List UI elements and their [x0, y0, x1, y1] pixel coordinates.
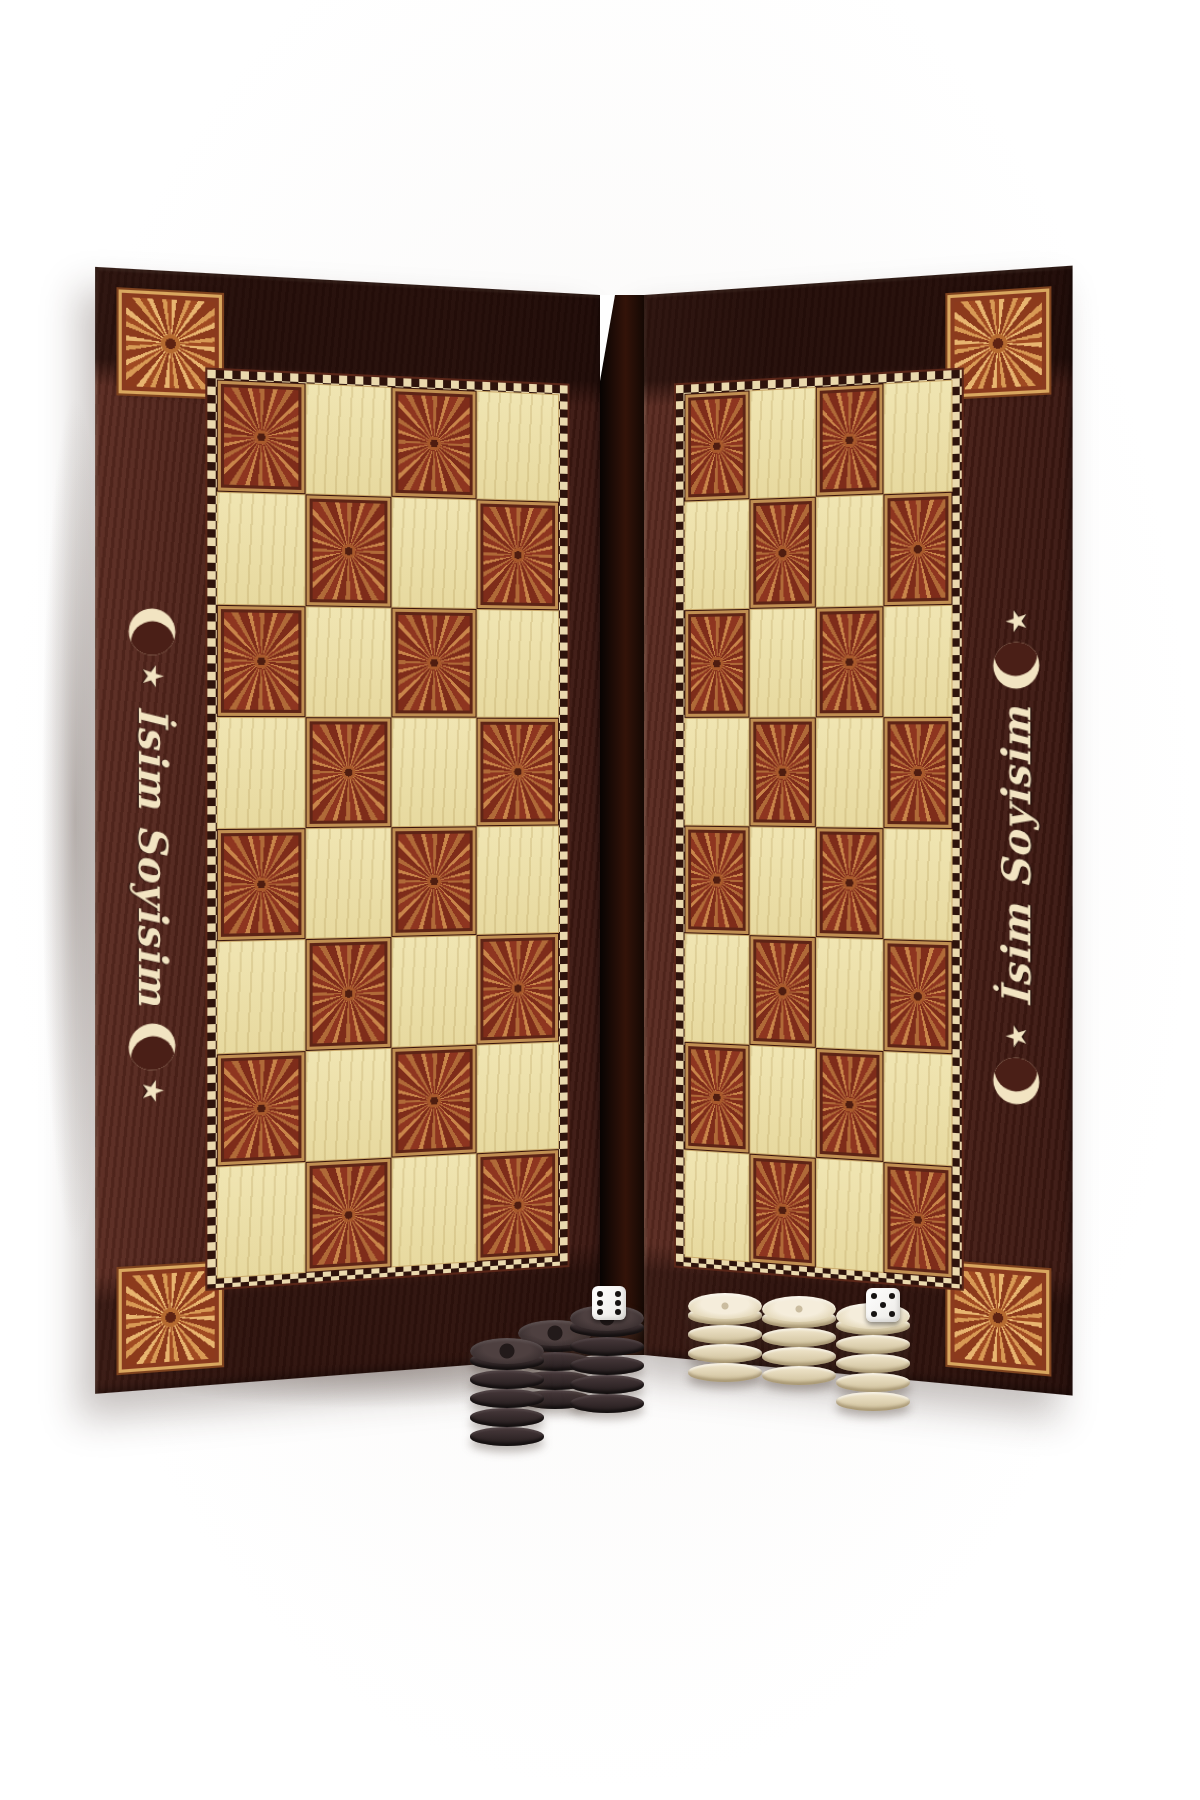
right-panel: ★ İsim Soyisim ★: [644, 266, 1073, 1396]
dark-checker-top: [470, 1338, 544, 1364]
square-g4: [816, 827, 884, 939]
square-c8: [391, 387, 476, 500]
square-d2: [476, 1041, 559, 1153]
crescent-icon: [993, 1057, 1039, 1106]
square-c2: [391, 1044, 476, 1157]
right-personalization-strip: ★ İsim Soyisim ★: [960, 575, 1073, 1140]
square-b8: [305, 383, 391, 497]
square-b3: [305, 937, 391, 1050]
light-checker-top: [762, 1296, 836, 1322]
square-e8: [684, 390, 749, 501]
dark-checker: [470, 1389, 544, 1408]
die-pip: [871, 1293, 877, 1299]
square-d3: [476, 933, 559, 1044]
light-checker: [762, 1328, 836, 1347]
product-photo-stage: ★ İsim Soyisim ★ ★ İsim Soyisi: [0, 0, 1200, 1800]
square-c3: [391, 935, 476, 1047]
light-checker: [836, 1354, 910, 1373]
square-h1: [883, 1162, 952, 1279]
personalization-text-right: İsim Soyisim: [992, 706, 1039, 1008]
square-g7: [816, 495, 884, 608]
crescent-icon: [993, 642, 1039, 689]
square-f3: [749, 935, 815, 1047]
crescent-icon: [129, 1022, 176, 1070]
left-personalization-strip: ★ İsim Soyisim ★: [95, 575, 209, 1138]
square-f5: [749, 717, 815, 827]
square-g5: [816, 717, 884, 828]
square-h2: [883, 1051, 952, 1167]
square-g2: [816, 1047, 884, 1161]
square-e7: [684, 499, 749, 609]
light-checker: [836, 1373, 910, 1392]
die-pip: [880, 1302, 886, 1308]
light-checker: [762, 1347, 836, 1366]
square-h4: [883, 828, 952, 941]
square-h6: [883, 604, 952, 717]
square-f4: [749, 826, 815, 937]
square-c4: [391, 826, 476, 937]
right-field-inlay-border: [676, 370, 962, 1289]
die-pip: [615, 1291, 621, 1297]
square-e6: [684, 608, 749, 717]
die-pip: [889, 1311, 895, 1317]
dark-checker-stack: [570, 1305, 644, 1413]
dark-checker-stack: [470, 1338, 544, 1446]
square-f2: [749, 1044, 815, 1157]
light-checker: [688, 1325, 762, 1344]
square-g8: [816, 383, 884, 497]
die-pip: [597, 1309, 603, 1315]
star-icon: ★: [1000, 608, 1032, 634]
square-d7: [476, 500, 559, 610]
square-c6: [391, 607, 476, 717]
square-c5: [391, 717, 476, 827]
spine-top-gap: [600, 295, 615, 381]
square-a2: [217, 1051, 305, 1167]
square-b6: [305, 606, 391, 717]
dark-checker: [470, 1370, 544, 1389]
star-icon: ★: [136, 663, 169, 689]
die-pip: [889, 1293, 895, 1299]
dark-checker: [470, 1408, 544, 1427]
square-g3: [816, 937, 884, 1050]
personalization-text-left: İsim Soyisim: [129, 706, 177, 1007]
square-d6: [476, 608, 559, 717]
square-a6: [217, 604, 305, 717]
square-h8: [883, 380, 952, 495]
square-g6: [816, 606, 884, 717]
dark-checker: [470, 1427, 544, 1446]
star-icon: ★: [1000, 1023, 1032, 1050]
corner-medallion-bottom-right: [947, 1262, 1049, 1374]
die-pip: [597, 1291, 603, 1297]
light-checker-top: [688, 1293, 762, 1319]
square-f6: [749, 607, 815, 717]
square-f7: [749, 497, 815, 608]
dark-checker: [570, 1394, 644, 1413]
light-checker: [836, 1335, 910, 1354]
light-checker: [836, 1392, 910, 1411]
dark-checker: [570, 1375, 644, 1394]
square-e2: [684, 1041, 749, 1153]
square-d8: [476, 391, 559, 502]
square-a3: [217, 939, 305, 1054]
star-icon: ★: [136, 1077, 169, 1104]
square-a5: [217, 717, 305, 829]
checkerboard-left-half: [217, 379, 559, 1278]
square-a7: [217, 492, 305, 606]
square-h3: [883, 939, 952, 1053]
square-h5: [883, 717, 952, 829]
square-b1: [305, 1157, 391, 1273]
square-e5: [684, 717, 749, 826]
folding-board-box: ★ İsim Soyisim ★ ★ İsim Soyisi: [100, 295, 1080, 1355]
square-d5: [476, 717, 559, 826]
die-pip: [615, 1300, 621, 1306]
corner-medallion-top-right: [947, 288, 1049, 397]
square-f8: [749, 387, 815, 500]
left-panel: ★ İsim Soyisim ★: [95, 267, 600, 1394]
square-e4: [684, 826, 749, 936]
square-c1: [391, 1153, 476, 1267]
square-e3: [684, 933, 749, 1044]
light-checker-stack: [688, 1293, 762, 1382]
die-showing-6: [592, 1286, 626, 1320]
dark-checker: [570, 1356, 644, 1375]
square-g1: [816, 1158, 884, 1273]
square-b7: [305, 495, 391, 608]
square-h7: [883, 492, 952, 606]
square-c7: [391, 497, 476, 608]
square-f1: [749, 1153, 815, 1267]
square-b2: [305, 1047, 391, 1161]
die-pip: [597, 1300, 603, 1306]
square-b4: [305, 827, 391, 939]
dark-checker: [570, 1337, 644, 1356]
left-field-inlay-border: [207, 370, 567, 1289]
crescent-icon: [129, 608, 176, 655]
square-a1: [217, 1162, 305, 1279]
square-b5: [305, 717, 391, 828]
square-a8: [217, 379, 305, 494]
light-checker: [688, 1363, 762, 1382]
die-showing-5: [866, 1288, 900, 1322]
square-d1: [476, 1149, 559, 1262]
checkerboard-right-half: [684, 380, 952, 1279]
square-a4: [217, 828, 305, 941]
hinge-spine: [600, 295, 644, 1355]
light-checker: [688, 1344, 762, 1363]
die-pip: [615, 1309, 621, 1315]
light-checker: [762, 1366, 836, 1385]
light-checker-stack: [762, 1296, 836, 1385]
square-d4: [476, 825, 559, 935]
die-pip: [871, 1311, 877, 1317]
square-e1: [684, 1149, 749, 1262]
